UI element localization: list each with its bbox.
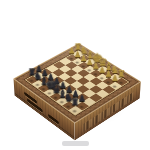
chess-box: ♜♞♟♝♟♚♟♛♟♝♟♞♟♟♜♟♟♜♟♟♞♟♝♟♚♟♛♟♝♟♞♜: [14, 43, 141, 123]
board-top-face: ♜♞♟♝♟♚♟♛♟♝♟♞♟♟♜♟♟♜♟♟♞♟♝♟♚♟♛♟♝♟♞♜: [14, 43, 141, 123]
piece-white-pawn: ♟: [110, 68, 119, 86]
piece-black-rook: ♜: [70, 91, 80, 110]
product-photo: ♜♞♟♝♟♚♟♛♟♝♟♞♟♟♜♟♟♜♟♟♞♟♝♟♚♟♛♟♝♟♞♜: [0, 0, 150, 150]
watermark: [62, 141, 89, 146]
chess-set-scene: ♜♞♟♝♟♚♟♛♟♝♟♞♟♟♜♟♟♜♟♟♞♟♝♟♚♟♛♟♝♟♞♜: [0, 0, 150, 150]
